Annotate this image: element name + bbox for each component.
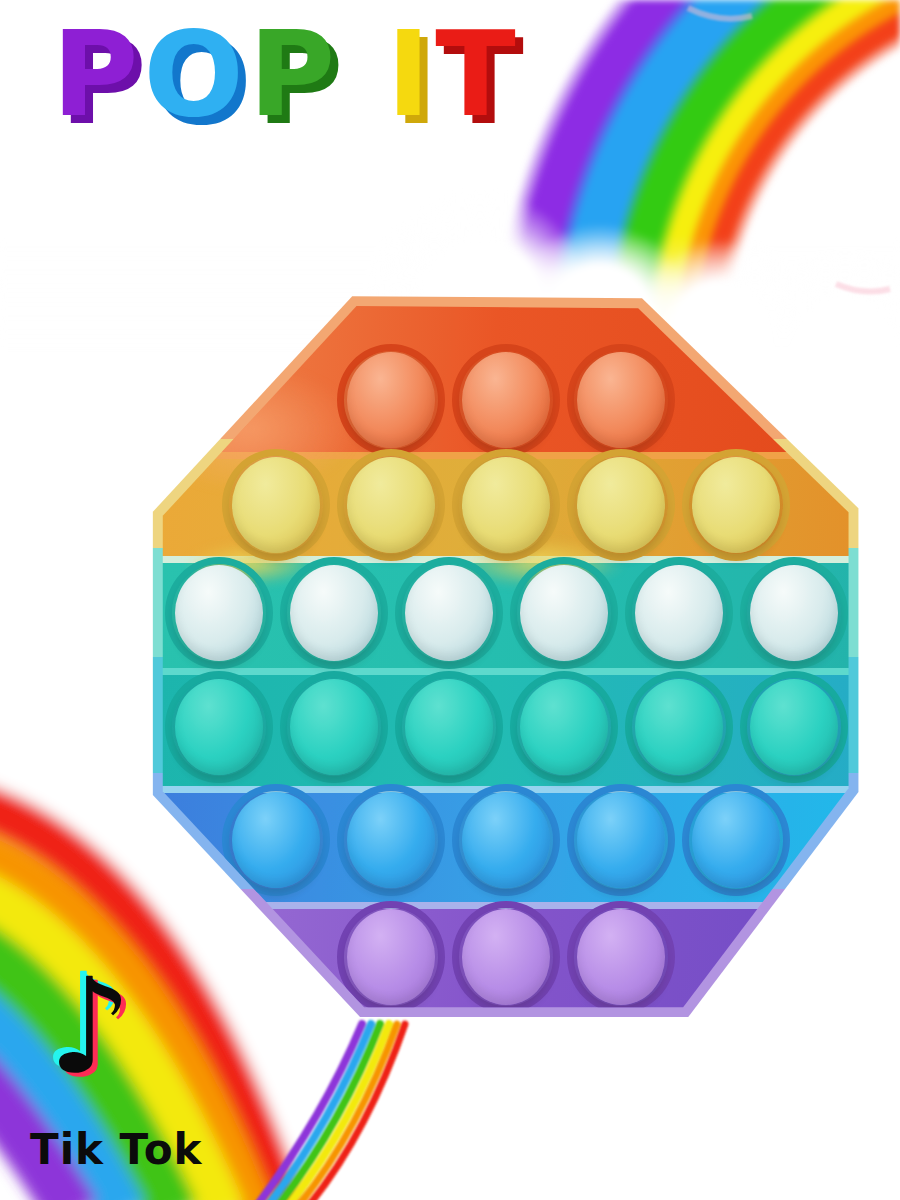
bubble-dome <box>405 565 493 661</box>
bubble[interactable] <box>337 449 445 561</box>
tiktok-note-black-layer: ♪ <box>48 960 132 1092</box>
bubble-dome <box>462 792 550 888</box>
bubble-dome <box>347 352 435 448</box>
bubble[interactable] <box>165 671 273 783</box>
title-letter: P <box>52 10 143 140</box>
bubble-dome <box>462 352 550 448</box>
bubble-dome <box>577 909 665 1005</box>
bubble[interactable] <box>452 784 560 896</box>
bubble[interactable] <box>165 557 273 669</box>
tiktok-branding: ♪ ♪ ♪ Tik Tok <box>0 960 260 1110</box>
pink-scribbles <box>688 8 890 292</box>
bubble[interactable] <box>337 344 445 456</box>
bubble[interactable] <box>740 557 848 669</box>
page-root: { "game": "Pop It fidget popper (octagon… <box>0 0 900 1200</box>
bubble-dome <box>577 792 665 888</box>
bubble[interactable] <box>280 557 388 669</box>
tiktok-label: Tik Tok <box>30 1125 202 1174</box>
bubble-dome <box>520 679 608 775</box>
bubble[interactable] <box>567 344 675 456</box>
bubble[interactable] <box>222 449 330 561</box>
bubble-dome <box>405 679 493 775</box>
tiktok-note-icon: ♪ ♪ ♪ <box>48 960 178 1110</box>
bubble[interactable] <box>567 449 675 561</box>
bubble-dome <box>175 565 263 661</box>
bubble-dome <box>635 565 723 661</box>
bubble-dome <box>635 679 723 775</box>
bubble[interactable] <box>395 671 503 783</box>
bubble-dome <box>577 457 665 553</box>
title-letter: T <box>435 10 521 140</box>
bubble[interactable] <box>222 784 330 896</box>
bubble-row-pale-aqua <box>160 557 852 669</box>
bubble[interactable] <box>567 784 675 896</box>
bubble-dome <box>520 565 608 661</box>
bubble[interactable] <box>510 671 618 783</box>
bubble[interactable] <box>280 671 388 783</box>
bubble-dome <box>175 679 263 775</box>
title-letter: P <box>249 10 340 140</box>
bubble-dome <box>750 679 838 775</box>
title-letter: O <box>143 10 248 140</box>
bubble[interactable] <box>510 557 618 669</box>
bubble[interactable] <box>337 784 445 896</box>
bubble[interactable] <box>625 557 733 669</box>
bubble[interactable] <box>682 784 790 896</box>
bubble-dome <box>347 792 435 888</box>
bubble-dome <box>692 792 780 888</box>
bubble-dome <box>692 457 780 553</box>
bubble-dome <box>290 679 378 775</box>
bubble[interactable] <box>395 557 503 669</box>
bubble[interactable] <box>452 344 560 456</box>
bubble-dome <box>232 792 320 888</box>
poster: POP IT ♪ ♪ ♪ Tik Tok <box>0 0 900 1200</box>
bubble-dome <box>347 909 435 1005</box>
bubble[interactable] <box>625 671 733 783</box>
bubble[interactable] <box>740 671 848 783</box>
bubble[interactable] <box>452 449 560 561</box>
bubble-dome <box>462 909 550 1005</box>
bubble-dome <box>462 457 550 553</box>
bubble[interactable] <box>337 901 445 1013</box>
bubble-dome <box>347 457 435 553</box>
pop-it-title: POP IT <box>52 10 521 140</box>
bubble[interactable] <box>682 449 790 561</box>
bubble-dome <box>750 565 838 661</box>
bubble[interactable] <box>567 901 675 1013</box>
bubble-dome <box>577 352 665 448</box>
title-letter: I <box>386 10 435 140</box>
bubble[interactable] <box>452 901 560 1013</box>
bubble-dome <box>290 565 378 661</box>
bubble-row-teal <box>160 671 852 783</box>
title-letter <box>340 10 386 140</box>
bubble-row-blue <box>160 784 852 896</box>
bubble-row-yellow <box>160 449 852 561</box>
bubble-dome <box>232 457 320 553</box>
pop-it-tray <box>160 304 852 1010</box>
